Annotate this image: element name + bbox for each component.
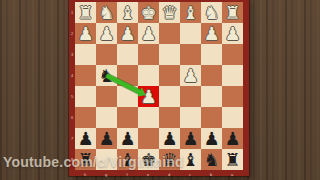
square-e5[interactable]: ♟ xyxy=(138,86,159,107)
square-f7[interactable]: ♟ xyxy=(117,128,138,149)
square-e3[interactable] xyxy=(138,44,159,65)
square-b7[interactable]: ♟ xyxy=(201,128,222,149)
file-label-a: a xyxy=(230,173,234,177)
square-g5[interactable] xyxy=(96,86,117,107)
piece-white-rook-h1: ♜ xyxy=(77,2,93,23)
file-label-d: d xyxy=(167,173,171,177)
piece-black-pawn-c7: ♟ xyxy=(182,128,198,149)
square-b6[interactable] xyxy=(201,107,222,128)
square-c3[interactable] xyxy=(180,44,201,65)
rank-label-4: 4 xyxy=(70,74,74,78)
piece-black-pawn-a7: ♟ xyxy=(224,128,240,149)
piece-black-pawn-b7: ♟ xyxy=(203,128,219,149)
square-b5[interactable] xyxy=(201,86,222,107)
chess-board: ♜♞♝♚♛♝♞♜♟♟♟♟♟♟♞♟♟♟♟♟♟♟♟♟♜♝♚♛♝♞♜ 12345678… xyxy=(69,0,249,176)
piece-white-rook-a1: ♜ xyxy=(224,2,240,23)
file-label-h: h xyxy=(83,173,87,177)
piece-black-bishop-c8: ♝ xyxy=(182,149,198,170)
square-d3[interactable] xyxy=(159,44,180,65)
square-a6[interactable] xyxy=(222,107,243,128)
square-c1[interactable]: ♝ xyxy=(180,2,201,23)
square-e7[interactable] xyxy=(138,128,159,149)
square-b8[interactable]: ♞ xyxy=(201,149,222,170)
square-d4[interactable] xyxy=(159,65,180,86)
youtube-watermark: Youtube.com/c/Virginmind xyxy=(3,154,184,170)
piece-white-pawn-a2: ♟ xyxy=(224,23,240,44)
piece-white-king-e1: ♚ xyxy=(140,2,156,23)
square-h3[interactable] xyxy=(75,44,96,65)
piece-white-bishop-c1: ♝ xyxy=(182,2,198,23)
square-g3[interactable] xyxy=(96,44,117,65)
square-f6[interactable] xyxy=(117,107,138,128)
square-a5[interactable] xyxy=(222,86,243,107)
piece-white-pawn-h2: ♟ xyxy=(77,23,93,44)
square-h2[interactable]: ♟ xyxy=(75,23,96,44)
rank-label-3: 3 xyxy=(70,53,74,57)
piece-white-pawn-c4: ♟ xyxy=(182,65,198,86)
square-d1[interactable]: ♛ xyxy=(159,2,180,23)
square-e2[interactable]: ♟ xyxy=(138,23,159,44)
piece-black-pawn-g7: ♟ xyxy=(98,128,114,149)
video-frame: ♜♞♝♚♛♝♞♜♟♟♟♟♟♟♞♟♟♟♟♟♟♟♟♟♜♝♚♛♝♞♜ 12345678… xyxy=(0,0,320,180)
square-f2[interactable]: ♟ xyxy=(117,23,138,44)
piece-black-rook-a8: ♜ xyxy=(224,149,240,170)
square-a7[interactable]: ♟ xyxy=(222,128,243,149)
piece-black-pawn-d7: ♟ xyxy=(161,128,177,149)
rank-label-2: 2 xyxy=(70,32,74,36)
rank-label-5: 5 xyxy=(70,95,74,99)
square-e1[interactable]: ♚ xyxy=(138,2,159,23)
rank-label-7: 7 xyxy=(70,137,74,141)
piece-white-pawn-e2: ♟ xyxy=(140,23,156,44)
board-grid: ♜♞♝♚♛♝♞♜♟♟♟♟♟♟♞♟♟♟♟♟♟♟♟♟♜♝♚♛♝♞♜ xyxy=(75,2,243,170)
square-g7[interactable]: ♟ xyxy=(96,128,117,149)
square-c6[interactable] xyxy=(180,107,201,128)
square-a4[interactable] xyxy=(222,65,243,86)
square-b1[interactable]: ♞ xyxy=(201,2,222,23)
rank-label-1: 1 xyxy=(70,11,74,15)
square-g4[interactable]: ♞ xyxy=(96,65,117,86)
piece-white-knight-g1: ♞ xyxy=(98,2,114,23)
square-e6[interactable] xyxy=(138,107,159,128)
square-c7[interactable]: ♟ xyxy=(180,128,201,149)
square-g2[interactable]: ♟ xyxy=(96,23,117,44)
square-c2[interactable] xyxy=(180,23,201,44)
piece-white-queen-d1: ♛ xyxy=(161,2,177,23)
square-f3[interactable] xyxy=(117,44,138,65)
piece-black-knight-g4: ♞ xyxy=(98,65,114,86)
square-a2[interactable]: ♟ xyxy=(222,23,243,44)
square-e4[interactable] xyxy=(138,65,159,86)
square-d7[interactable]: ♟ xyxy=(159,128,180,149)
file-label-c: c xyxy=(188,173,192,177)
file-label-g: g xyxy=(104,173,108,177)
rank-label-6: 6 xyxy=(70,116,74,120)
square-c4[interactable]: ♟ xyxy=(180,65,201,86)
file-label-f: f xyxy=(125,173,129,177)
square-f5[interactable] xyxy=(117,86,138,107)
piece-white-bishop-f1: ♝ xyxy=(119,2,135,23)
square-d2[interactable] xyxy=(159,23,180,44)
piece-black-pawn-h7: ♟ xyxy=(77,128,93,149)
piece-black-knight-b8: ♞ xyxy=(203,149,219,170)
file-label-e: e xyxy=(146,173,150,177)
square-h6[interactable] xyxy=(75,107,96,128)
square-d5[interactable] xyxy=(159,86,180,107)
square-a8[interactable]: ♜ xyxy=(222,149,243,170)
square-h1[interactable]: ♜ xyxy=(75,2,96,23)
file-label-b: b xyxy=(209,173,213,177)
piece-white-pawn-f2: ♟ xyxy=(119,23,135,44)
square-g6[interactable] xyxy=(96,107,117,128)
square-a1[interactable]: ♜ xyxy=(222,2,243,23)
piece-white-pawn-e5: ♟ xyxy=(140,86,156,107)
square-f1[interactable]: ♝ xyxy=(117,2,138,23)
square-b4[interactable] xyxy=(201,65,222,86)
piece-white-pawn-g2: ♟ xyxy=(98,23,114,44)
square-a3[interactable] xyxy=(222,44,243,65)
piece-white-knight-b1: ♞ xyxy=(203,2,219,23)
square-h5[interactable] xyxy=(75,86,96,107)
square-h7[interactable]: ♟ xyxy=(75,128,96,149)
square-d6[interactable] xyxy=(159,107,180,128)
square-b2[interactable]: ♟ xyxy=(201,23,222,44)
piece-white-pawn-b2: ♟ xyxy=(203,23,219,44)
square-h4[interactable] xyxy=(75,65,96,86)
square-b3[interactable] xyxy=(201,44,222,65)
square-c5[interactable] xyxy=(180,86,201,107)
piece-black-pawn-f7: ♟ xyxy=(119,128,135,149)
square-f4[interactable] xyxy=(117,65,138,86)
square-g1[interactable]: ♞ xyxy=(96,2,117,23)
